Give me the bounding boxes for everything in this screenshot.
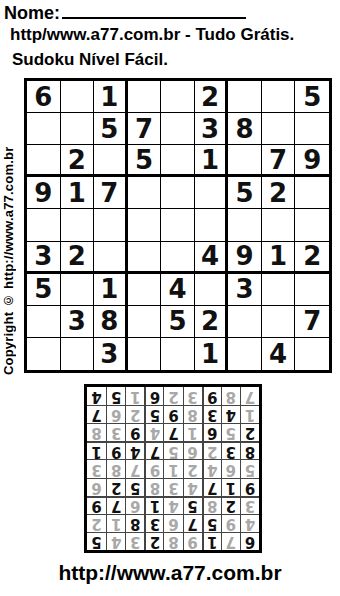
sudoku-cell-r3c9[interactable]: 9	[295, 145, 329, 177]
sudoku-cell-r3c3[interactable]	[94, 145, 128, 177]
sudoku-cell-r8c8[interactable]	[262, 306, 296, 338]
sudoku-cell-r2c3[interactable]: 5	[94, 113, 128, 145]
solution-cell-r3c4: 5	[183, 496, 202, 514]
sudoku-cell-r7c8[interactable]	[262, 274, 296, 306]
solution-cell-r6c7: 4	[125, 441, 144, 459]
sudoku-cell-r1c2[interactable]	[61, 81, 95, 113]
sudoku-cell-r1c8[interactable]	[262, 81, 296, 113]
sudoku-cell-r1c3[interactable]: 1	[94, 81, 128, 113]
solution-cell-r7c9: 8	[87, 423, 106, 441]
sudoku-cell-r2c7[interactable]: 8	[228, 113, 262, 145]
sudoku-cell-r4c1[interactable]: 9	[27, 177, 61, 209]
sudoku-print-page: Nome: http/www.a77.com.br - Tudo Grátis.…	[0, 0, 340, 596]
sudoku-cell-r9c3[interactable]: 3	[94, 338, 128, 370]
sudoku-cell-r3c1[interactable]	[27, 145, 61, 177]
sudoku-cell-r2c2[interactable]	[61, 113, 95, 145]
solution-cell-r1c6: 2	[144, 532, 163, 550]
solution-cell-r6c2: 3	[221, 441, 240, 459]
sudoku-cell-r4c3[interactable]: 7	[94, 177, 128, 209]
sudoku-cell-r1c7[interactable]	[228, 81, 262, 113]
solution-cell-r2c5: 6	[163, 514, 182, 532]
sudoku-solution-grid: 6719823454957638123285416799174385265642…	[84, 384, 262, 553]
solution-cell-r5c3: 4	[202, 459, 221, 477]
sudoku-cell-r6c9[interactable]: 2	[295, 242, 329, 274]
solution-cell-r3c7: 6	[125, 496, 144, 514]
solution-cell-r6c6: 7	[144, 441, 163, 459]
footer-url: http://www.a77.com.br	[0, 561, 340, 585]
solution-cell-r5c4: 2	[183, 459, 202, 477]
sudoku-cell-r6c5[interactable]	[161, 242, 195, 274]
sudoku-cell-r8c5[interactable]: 5	[161, 306, 195, 338]
sudoku-cell-r3c7[interactable]	[228, 145, 262, 177]
solution-cell-r8c5: 9	[163, 405, 182, 423]
solution-cell-r4c1: 9	[240, 478, 259, 496]
solution-cell-r1c1: 6	[240, 532, 259, 550]
sudoku-cell-r5c6[interactable]	[195, 209, 229, 241]
solution-cell-r5c5: 1	[163, 459, 182, 477]
sudoku-cell-r5c1[interactable]	[27, 209, 61, 241]
solution-cell-r5c8: 8	[106, 459, 125, 477]
sudoku-cell-r4c6[interactable]	[195, 177, 229, 209]
solution-cell-r6c8: 9	[106, 441, 125, 459]
solution-cell-r9c5: 2	[163, 387, 182, 405]
sudoku-cell-r2c1[interactable]	[27, 113, 61, 145]
solution-cell-r9c9: 4	[87, 387, 106, 405]
sudoku-cell-r7c5[interactable]: 4	[161, 274, 195, 306]
solution-cell-r1c7: 3	[125, 532, 144, 550]
solution-cell-r7c5: 7	[163, 423, 182, 441]
solution-cell-r9c2: 8	[221, 387, 240, 405]
sudoku-cell-r9c8[interactable]: 4	[262, 338, 296, 370]
sudoku-cell-r4c8[interactable]: 2	[262, 177, 296, 209]
solution-cell-r2c3: 5	[202, 514, 221, 532]
solution-cell-r8c3: 3	[202, 405, 221, 423]
sudoku-cell-r7c7[interactable]: 3	[228, 274, 262, 306]
solution-cell-r9c7: 1	[125, 387, 144, 405]
sudoku-cell-r5c8[interactable]	[262, 209, 296, 241]
sudoku-cell-r4c7[interactable]: 5	[228, 177, 262, 209]
solution-cell-r9c6: 6	[144, 387, 163, 405]
sudoku-cell-r3c4[interactable]: 5	[128, 145, 162, 177]
solution-cell-r1c9: 5	[87, 532, 106, 550]
solution-cell-r8c9: 7	[87, 405, 106, 423]
solution-cell-r6c4: 6	[183, 441, 202, 459]
sudoku-cell-r7c2[interactable]	[61, 274, 95, 306]
solution-cell-r2c7: 8	[125, 514, 144, 532]
solution-cell-r3c2: 2	[221, 496, 240, 514]
sudoku-cell-r7c3[interactable]: 1	[94, 274, 128, 306]
sudoku-cell-r8c2[interactable]: 3	[61, 306, 95, 338]
sudoku-cell-r2c4[interactable]: 7	[128, 113, 162, 145]
solution-cell-r7c8: 3	[106, 423, 125, 441]
solution-cell-r6c9: 1	[87, 441, 106, 459]
solution-cell-r8c4: 8	[183, 405, 202, 423]
sudoku-cell-r3c8[interactable]: 7	[262, 145, 296, 177]
sudoku-cell-r8c6[interactable]: 2	[195, 306, 229, 338]
solution-cell-r9c1: 7	[240, 387, 259, 405]
sudoku-cell-r5c7[interactable]	[228, 209, 262, 241]
sudoku-cell-r6c7[interactable]: 9	[228, 242, 262, 274]
copyright-vertical-text: Copyright © http://www.a77.com.br	[1, 86, 20, 436]
solution-cell-r8c6: 5	[144, 405, 163, 423]
solution-cell-r4c4: 4	[183, 478, 202, 496]
solution-cell-r2c9: 2	[87, 514, 106, 532]
sudoku-cell-r6c3[interactable]	[94, 242, 128, 274]
solution-cell-r1c3: 1	[202, 532, 221, 550]
sudoku-cell-r6c1[interactable]: 3	[27, 242, 61, 274]
solution-cell-r3c6: 1	[144, 496, 163, 514]
sudoku-cell-r1c5[interactable]	[161, 81, 195, 113]
sudoku-cell-r7c6[interactable]	[195, 274, 229, 306]
sudoku-cell-r8c4[interactable]	[128, 306, 162, 338]
solution-cell-r2c6: 3	[144, 514, 163, 532]
solution-cell-r5c2: 6	[221, 459, 240, 477]
sudoku-cell-r9c4[interactable]	[128, 338, 162, 370]
solution-cell-r5c9: 3	[87, 459, 106, 477]
solution-cell-r6c3: 2	[202, 441, 221, 459]
sudoku-cell-r3c6[interactable]: 1	[195, 145, 229, 177]
solution-cell-r1c8: 4	[106, 532, 125, 550]
solution-cell-r4c7: 5	[125, 478, 144, 496]
sudoku-cell-r4c9[interactable]	[295, 177, 329, 209]
solution-cell-r3c1: 3	[240, 496, 259, 514]
sudoku-cell-r9c9[interactable]	[295, 338, 329, 370]
name-label: Nome:	[4, 3, 60, 23]
solution-cell-r5c6: 9	[144, 459, 163, 477]
solution-cell-r7c1: 2	[240, 423, 259, 441]
solution-cell-r5c7: 7	[125, 459, 144, 477]
solution-cell-r6c5: 5	[163, 441, 182, 459]
solution-cell-r4c3: 7	[202, 478, 221, 496]
solution-cell-r3c8: 7	[106, 496, 125, 514]
sudoku-cell-r9c5[interactable]	[161, 338, 195, 370]
solution-cell-r3c3: 8	[202, 496, 221, 514]
solution-cell-r9c4: 3	[183, 387, 202, 405]
solution-cell-r8c7: 2	[125, 405, 144, 423]
site-header-text: http/www.a77.com.br - Tudo Grátis.	[10, 25, 294, 45]
solution-cell-r1c2: 7	[221, 532, 240, 550]
sudoku-cell-r5c4[interactable]	[128, 209, 162, 241]
solution-cell-r2c1: 4	[240, 514, 259, 532]
sudoku-cell-r6c6[interactable]: 4	[195, 242, 229, 274]
solution-cell-r1c4: 9	[183, 532, 202, 550]
sudoku-cell-r9c1[interactable]	[27, 338, 61, 370]
solution-cell-r7c3: 6	[202, 423, 221, 441]
sudoku-cell-r3c2[interactable]: 2	[61, 145, 95, 177]
solution-cell-r4c6: 8	[144, 478, 163, 496]
sudoku-cell-r1c9[interactable]: 5	[295, 81, 329, 113]
sudoku-cell-r1c4[interactable]	[128, 81, 162, 113]
solution-cell-r6c1: 8	[240, 441, 259, 459]
solution-cell-r7c2: 5	[221, 423, 240, 441]
solution-cell-r9c8: 5	[106, 387, 125, 405]
sudoku-cell-r2c9[interactable]	[295, 113, 329, 145]
sudoku-cell-r6c2[interactable]: 2	[61, 242, 95, 274]
sudoku-cell-r1c1[interactable]: 6	[27, 81, 61, 113]
sudoku-cell-r9c7[interactable]	[228, 338, 262, 370]
sudoku-grid[interactable]: 612557382517991752324912514338527314	[24, 78, 332, 373]
sudoku-cell-r7c1[interactable]: 5	[27, 274, 61, 306]
solution-cell-r4c8: 2	[106, 478, 125, 496]
sudoku-cell-r7c9[interactable]	[295, 274, 329, 306]
sudoku-cell-r8c7[interactable]	[228, 306, 262, 338]
sudoku-cell-r5c2[interactable]	[61, 209, 95, 241]
sudoku-cell-r2c6[interactable]: 3	[195, 113, 229, 145]
sudoku-cell-r6c4[interactable]	[128, 242, 162, 274]
sudoku-cell-r3c5[interactable]	[161, 145, 195, 177]
sudoku-cell-r8c3[interactable]: 8	[94, 306, 128, 338]
solution-cell-r8c8: 6	[106, 405, 125, 423]
sudoku-cell-r2c8[interactable]	[262, 113, 296, 145]
sudoku-cell-r8c1[interactable]	[27, 306, 61, 338]
solution-cell-r4c2: 1	[221, 478, 240, 496]
sudoku-cell-r5c5[interactable]	[161, 209, 195, 241]
solution-cell-r5c1: 5	[240, 459, 259, 477]
sudoku-cell-r2c5[interactable]	[161, 113, 195, 145]
sudoku-cell-r4c4[interactable]	[128, 177, 162, 209]
sudoku-cell-r4c5[interactable]	[161, 177, 195, 209]
solution-cell-r4c5: 3	[163, 478, 182, 496]
solution-cell-r7c7: 9	[125, 423, 144, 441]
sudoku-cell-r4c2[interactable]: 1	[61, 177, 95, 209]
solution-cell-r3c5: 4	[163, 496, 182, 514]
sudoku-cell-r9c2[interactable]	[61, 338, 95, 370]
page-title: Sudoku Nível Fácil.	[12, 50, 168, 70]
sudoku-cell-r1c6[interactable]: 2	[195, 81, 229, 113]
sudoku-cell-r9c6[interactable]: 1	[195, 338, 229, 370]
name-blank-line[interactable]	[62, 2, 246, 19]
solution-cell-r2c8: 1	[106, 514, 125, 532]
name-row: Nome:	[4, 2, 246, 24]
sudoku-cell-r8c9[interactable]: 7	[295, 306, 329, 338]
solution-cell-r4c9: 6	[87, 478, 106, 496]
solution-cell-r7c4: 1	[183, 423, 202, 441]
solution-cell-r2c4: 7	[183, 514, 202, 532]
solution-cell-r9c3: 9	[202, 387, 221, 405]
solution-cell-r1c5: 8	[163, 532, 182, 550]
sudoku-cell-r5c9[interactable]	[295, 209, 329, 241]
solution-cell-r8c1: 1	[240, 405, 259, 423]
sudoku-cell-r6c8[interactable]: 1	[262, 242, 296, 274]
solution-cell-r2c2: 9	[221, 514, 240, 532]
solution-cell-r7c6: 4	[144, 423, 163, 441]
sudoku-cell-r5c3[interactable]	[94, 209, 128, 241]
solution-cell-r3c9: 9	[87, 496, 106, 514]
solution-cell-r8c2: 4	[221, 405, 240, 423]
sudoku-cell-r7c4[interactable]	[128, 274, 162, 306]
